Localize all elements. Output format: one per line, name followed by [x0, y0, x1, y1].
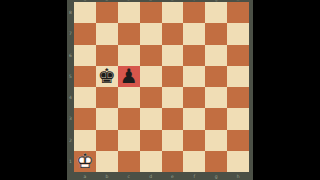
white-king[interactable]: ♚♔ — [75, 151, 95, 171]
square-c8[interactable] — [118, 2, 140, 23]
square-b1[interactable] — [96, 151, 118, 172]
square-b4[interactable] — [96, 87, 118, 108]
square-b8[interactable] — [96, 2, 118, 23]
video-frame: abcdefgh 87654321 ♚♟♚♔ abcdefgh — [0, 0, 320, 180]
rank-label-2: 2 — [67, 130, 74, 151]
square-c7[interactable] — [118, 23, 140, 44]
black-pawn[interactable]: ♟ — [120, 66, 138, 86]
rank-label-3: 3 — [67, 108, 74, 129]
square-e4[interactable] — [162, 87, 184, 108]
square-e8[interactable] — [162, 2, 184, 23]
rank-label-7: 7 — [67, 23, 74, 44]
square-h8[interactable] — [227, 2, 249, 23]
square-f7[interactable] — [183, 23, 205, 44]
square-c3[interactable] — [118, 108, 140, 129]
square-b3[interactable] — [96, 108, 118, 129]
square-a6[interactable] — [74, 45, 96, 66]
square-c5[interactable]: ♟ — [118, 66, 140, 87]
square-c4[interactable] — [118, 87, 140, 108]
board-frame: abcdefgh 87654321 ♚♟♚♔ abcdefgh — [67, 0, 253, 180]
square-d5[interactable] — [140, 66, 162, 87]
file-label-b: b — [96, 173, 118, 179]
rank-label-8: 8 — [67, 2, 74, 23]
square-a7[interactable] — [74, 23, 96, 44]
square-g2[interactable] — [205, 130, 227, 151]
square-d4[interactable] — [140, 87, 162, 108]
square-d7[interactable] — [140, 23, 162, 44]
square-h3[interactable] — [227, 108, 249, 129]
square-d3[interactable] — [140, 108, 162, 129]
square-f5[interactable] — [183, 66, 205, 87]
square-h4[interactable] — [227, 87, 249, 108]
file-label-d: d — [140, 173, 162, 179]
square-e6[interactable] — [162, 45, 184, 66]
square-h2[interactable] — [227, 130, 249, 151]
rank-label-1: 1 — [67, 151, 74, 172]
rank-labels: 87654321 — [67, 2, 74, 172]
square-g8[interactable] — [205, 2, 227, 23]
square-e5[interactable] — [162, 66, 184, 87]
square-e1[interactable] — [162, 151, 184, 172]
file-label-f: f — [183, 173, 205, 179]
square-a5[interactable] — [74, 66, 96, 87]
square-d1[interactable] — [140, 151, 162, 172]
square-b2[interactable] — [96, 130, 118, 151]
square-g3[interactable] — [205, 108, 227, 129]
square-f1[interactable] — [183, 151, 205, 172]
square-d8[interactable] — [140, 2, 162, 23]
black-king[interactable]: ♚ — [98, 66, 116, 86]
file-label-h: h — [227, 173, 249, 179]
square-h6[interactable] — [227, 45, 249, 66]
square-e2[interactable] — [162, 130, 184, 151]
square-a3[interactable] — [74, 108, 96, 129]
square-a8[interactable] — [74, 2, 96, 23]
square-a1[interactable]: ♚♔ — [74, 151, 96, 172]
square-a2[interactable] — [74, 130, 96, 151]
square-f6[interactable] — [183, 45, 205, 66]
rank-label-4: 4 — [67, 87, 74, 108]
square-f4[interactable] — [183, 87, 205, 108]
square-e7[interactable] — [162, 23, 184, 44]
square-c1[interactable] — [118, 151, 140, 172]
rank-label-5: 5 — [67, 66, 74, 87]
square-f8[interactable] — [183, 2, 205, 23]
square-g5[interactable] — [205, 66, 227, 87]
square-c6[interactable] — [118, 45, 140, 66]
white-piece-outline: ♔ — [75, 151, 95, 171]
square-a4[interactable] — [74, 87, 96, 108]
file-labels-bottom: abcdefgh — [74, 173, 249, 179]
file-label-c: c — [118, 173, 140, 179]
square-f2[interactable] — [183, 130, 205, 151]
chess-board: ♚♟♚♔ — [74, 2, 249, 172]
square-g4[interactable] — [205, 87, 227, 108]
square-c2[interactable] — [118, 130, 140, 151]
square-b5[interactable]: ♚ — [96, 66, 118, 87]
square-b7[interactable] — [96, 23, 118, 44]
square-d6[interactable] — [140, 45, 162, 66]
square-g6[interactable] — [205, 45, 227, 66]
square-g7[interactable] — [205, 23, 227, 44]
square-g1[interactable] — [205, 151, 227, 172]
file-label-a: a — [74, 173, 96, 179]
square-h5[interactable] — [227, 66, 249, 87]
square-d2[interactable] — [140, 130, 162, 151]
square-b6[interactable] — [96, 45, 118, 66]
square-h1[interactable] — [227, 151, 249, 172]
square-f3[interactable] — [183, 108, 205, 129]
square-e3[interactable] — [162, 108, 184, 129]
file-label-e: e — [162, 173, 184, 179]
rank-label-6: 6 — [67, 45, 74, 66]
square-h7[interactable] — [227, 23, 249, 44]
file-label-g: g — [205, 173, 227, 179]
